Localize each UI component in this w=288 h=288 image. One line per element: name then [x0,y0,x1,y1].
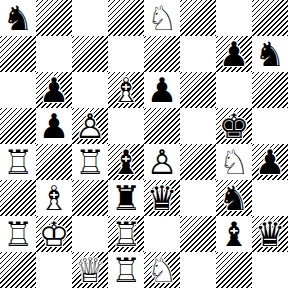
square-a8[interactable]: ♞♞ [0,0,36,36]
piece-glyph: ♖ [0,144,36,180]
square-c5[interactable]: ♟♙ [72,108,108,144]
square-c1[interactable]: ♛♕ [72,252,108,288]
square-f4[interactable] [180,144,216,180]
piece-white-bishop-icon: ♝♗ [108,72,144,108]
piece-glyph: ♟ [252,144,288,180]
piece-black-bishop-icon: ♝♝ [216,216,252,252]
square-a4[interactable]: ♜♖ [0,144,36,180]
piece-white-rook-icon: ♜♖ [72,144,108,180]
square-e2[interactable] [144,216,180,252]
piece-glyph: ♕ [72,252,108,288]
square-h7[interactable]: ♞♞ [252,36,288,72]
square-b8[interactable] [36,0,72,36]
piece-glyph: ♟ [216,36,252,72]
square-c8[interactable] [72,0,108,36]
square-f2[interactable] [180,216,216,252]
piece-glyph: ♘ [144,252,180,288]
piece-white-queen-icon: ♛♕ [72,252,108,288]
square-c6[interactable] [72,72,108,108]
piece-black-knight-icon: ♞♞ [216,180,252,216]
square-d5[interactable] [108,108,144,144]
square-d2[interactable]: ♜♖ [108,216,144,252]
square-b1[interactable] [36,252,72,288]
piece-black-pawn-icon: ♟♟ [36,108,72,144]
piece-glyph: ♗ [36,180,72,216]
square-a6[interactable] [0,72,36,108]
square-d3[interactable]: ♜♜ [108,180,144,216]
square-b3[interactable]: ♝♗ [36,180,72,216]
square-b5[interactable]: ♟♟ [36,108,72,144]
square-c7[interactable] [72,36,108,72]
square-f3[interactable] [180,180,216,216]
piece-white-pawn-icon: ♟♙ [72,108,108,144]
piece-white-knight-icon: ♞♘ [144,252,180,288]
square-d8[interactable] [108,0,144,36]
piece-white-rook-icon: ♜♖ [108,252,144,288]
piece-glyph: ♙ [144,144,180,180]
piece-glyph: ♔ [36,216,72,252]
square-f7[interactable] [180,36,216,72]
square-e1[interactable]: ♞♘ [144,252,180,288]
square-d6[interactable]: ♝♗ [108,72,144,108]
piece-glyph: ♖ [0,216,36,252]
square-d1[interactable]: ♜♖ [108,252,144,288]
piece-white-rook-icon: ♜♖ [0,144,36,180]
piece-white-king-icon: ♚♔ [36,216,72,252]
square-h6[interactable] [252,72,288,108]
square-e8[interactable]: ♞♘ [144,0,180,36]
square-e7[interactable] [144,36,180,72]
square-a3[interactable] [0,180,36,216]
piece-glyph: ♘ [216,144,252,180]
square-b7[interactable] [36,36,72,72]
square-b2[interactable]: ♚♔ [36,216,72,252]
piece-glyph: ♝ [216,216,252,252]
piece-black-pawn-icon: ♟♟ [36,72,72,108]
square-c3[interactable] [72,180,108,216]
square-h5[interactable] [252,108,288,144]
square-c4[interactable]: ♜♖ [72,144,108,180]
square-b4[interactable] [36,144,72,180]
piece-glyph: ♝ [108,144,144,180]
square-h4[interactable]: ♟♟ [252,144,288,180]
piece-black-knight-icon: ♞♞ [252,36,288,72]
square-g5[interactable]: ♚♚ [216,108,252,144]
piece-glyph: ♚ [216,108,252,144]
piece-glyph: ♞ [0,0,36,36]
piece-white-rook-icon: ♜♖ [108,216,144,252]
square-f8[interactable] [180,0,216,36]
square-f1[interactable] [180,252,216,288]
piece-white-knight-icon: ♞♘ [216,144,252,180]
square-h1[interactable] [252,252,288,288]
piece-glyph: ♖ [108,252,144,288]
piece-black-queen-icon: ♛♛ [144,180,180,216]
piece-glyph: ♟ [36,108,72,144]
piece-glyph: ♟ [36,72,72,108]
square-a5[interactable] [0,108,36,144]
square-a2[interactable]: ♜♖ [0,216,36,252]
square-a7[interactable] [0,36,36,72]
square-g3[interactable]: ♞♞ [216,180,252,216]
piece-glyph: ♞ [252,36,288,72]
piece-black-pawn-icon: ♟♟ [216,36,252,72]
piece-glyph: ♜ [108,180,144,216]
square-d4[interactable]: ♝♝ [108,144,144,180]
square-a1[interactable] [0,252,36,288]
square-f6[interactable] [180,72,216,108]
square-f5[interactable] [180,108,216,144]
piece-black-knight-icon: ♞♞ [0,0,36,36]
piece-glyph: ♖ [72,144,108,180]
piece-white-rook-icon: ♜♖ [0,216,36,252]
square-h3[interactable] [252,180,288,216]
square-h8[interactable] [252,0,288,36]
square-g1[interactable] [216,252,252,288]
piece-black-pawn-icon: ♟♟ [252,144,288,180]
piece-glyph: ♗ [108,72,144,108]
square-g4[interactable]: ♞♘ [216,144,252,180]
square-h2[interactable]: ♛♛ [252,216,288,252]
piece-white-pawn-icon: ♟♙ [144,144,180,180]
piece-black-queen-icon: ♛♛ [252,216,288,252]
piece-glyph: ♘ [144,0,180,36]
square-e3[interactable]: ♛♛ [144,180,180,216]
piece-glyph: ♙ [72,108,108,144]
piece-glyph: ♛ [144,180,180,216]
square-g7[interactable]: ♟♟ [216,36,252,72]
square-g8[interactable] [216,0,252,36]
piece-white-bishop-icon: ♝♗ [36,180,72,216]
square-g6[interactable] [216,72,252,108]
square-b6[interactable]: ♟♟ [36,72,72,108]
square-d7[interactable] [108,36,144,72]
piece-glyph: ♞ [216,180,252,216]
piece-glyph: ♟ [144,72,180,108]
square-g2[interactable]: ♝♝ [216,216,252,252]
piece-black-king-icon: ♚♚ [216,108,252,144]
piece-black-pawn-icon: ♟♟ [144,72,180,108]
square-e5[interactable] [144,108,180,144]
square-e4[interactable]: ♟♙ [144,144,180,180]
piece-glyph: ♛ [252,216,288,252]
chess-board: ♞♞♞♘♟♟♞♞♟♟♝♗♟♟♟♟♟♙♚♚♜♖♜♖♝♝♟♙♞♘♟♟♝♗♜♜♛♛♞♞… [0,0,288,288]
piece-black-bishop-icon: ♝♝ [108,144,144,180]
piece-black-rook-icon: ♜♜ [108,180,144,216]
square-c2[interactable] [72,216,108,252]
square-e6[interactable]: ♟♟ [144,72,180,108]
piece-glyph: ♖ [108,216,144,252]
piece-white-knight-icon: ♞♘ [144,0,180,36]
